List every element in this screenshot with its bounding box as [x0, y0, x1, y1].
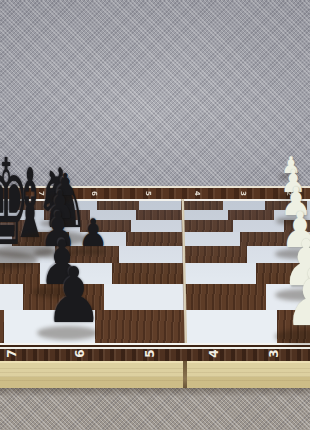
board-square — [181, 201, 223, 210]
board-square — [136, 210, 182, 220]
board-square — [131, 220, 182, 232]
board-square — [0, 284, 23, 310]
board-square — [182, 210, 228, 220]
near-rank-label-7: 7 — [5, 349, 20, 357]
far-rank-label-3: 3 — [238, 191, 247, 196]
near-rank-label-4: 4 — [207, 349, 222, 357]
board-square — [182, 220, 233, 232]
board-square — [186, 310, 277, 343]
board-square — [183, 232, 240, 246]
board-hinge-gap — [183, 361, 187, 391]
far-rank-label-4: 4 — [192, 191, 201, 196]
board-square — [119, 246, 183, 263]
board-square — [104, 284, 185, 310]
chess-set-photo: 765432 76543 ♚♝♞♟♟♟♟♟♟♟♟♟♟♟♟ — [0, 0, 310, 430]
board-square — [185, 284, 266, 310]
board-square — [97, 201, 139, 210]
board-square — [223, 201, 265, 210]
board-square — [184, 263, 256, 284]
black-pawn: ♟ — [45, 257, 104, 334]
board-square — [126, 232, 183, 246]
board-near-border: 76543 — [0, 343, 310, 361]
board-square — [183, 246, 247, 263]
board-square — [95, 310, 186, 343]
near-rank-label-6: 6 — [73, 349, 88, 357]
near-rank-label-5: 5 — [143, 349, 158, 357]
near-rank-label-3: 3 — [267, 349, 282, 357]
table-fabric — [0, 388, 310, 430]
far-rank-label-5: 5 — [143, 191, 152, 196]
board-square — [139, 201, 181, 210]
white-pawn: ♟ — [283, 259, 310, 338]
board-square — [112, 263, 184, 284]
board-wooden-side-edge — [0, 361, 310, 391]
board-square — [228, 210, 274, 220]
